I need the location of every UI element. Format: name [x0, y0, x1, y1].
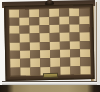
square-f4[interactable] [59, 41, 69, 50]
square-h6[interactable] [79, 24, 89, 33]
square-a5[interactable] [9, 34, 19, 43]
square-d8[interactable] [39, 9, 49, 18]
square-c5[interactable] [29, 34, 39, 43]
square-d3[interactable] [39, 50, 49, 59]
square-b5[interactable] [19, 34, 29, 43]
square-g5[interactable] [69, 33, 79, 42]
square-h3[interactable] [79, 49, 89, 58]
square-h1[interactable] [80, 66, 90, 75]
square-e3[interactable] [49, 50, 59, 59]
square-e7[interactable] [49, 17, 59, 26]
square-d2[interactable] [40, 58, 50, 67]
square-a2[interactable] [10, 59, 20, 68]
square-f8[interactable] [59, 8, 69, 17]
square-b3[interactable] [19, 50, 29, 59]
square-f5[interactable] [59, 33, 69, 42]
square-b8[interactable] [19, 9, 29, 18]
square-c7[interactable] [29, 17, 39, 26]
square-a8[interactable] [9, 9, 19, 18]
square-h5[interactable] [79, 33, 89, 42]
square-c1[interactable] [30, 67, 40, 76]
square-g8[interactable] [69, 8, 79, 17]
square-h2[interactable] [80, 58, 90, 67]
square-d5[interactable] [39, 33, 49, 42]
square-a7[interactable] [9, 17, 19, 26]
square-g7[interactable] [69, 16, 79, 25]
square-e8[interactable] [49, 8, 59, 17]
case-front-panel [0, 85, 100, 92]
square-h7[interactable] [79, 16, 89, 25]
square-b2[interactable] [20, 59, 30, 68]
square-c3[interactable] [29, 50, 39, 59]
brass-nameplate [42, 73, 57, 78]
square-e5[interactable] [49, 33, 59, 42]
square-f2[interactable] [60, 58, 70, 67]
square-g1[interactable] [70, 66, 80, 75]
square-g3[interactable] [69, 49, 79, 58]
square-d6[interactable] [39, 25, 49, 34]
square-b6[interactable] [19, 26, 29, 35]
square-c6[interactable] [29, 25, 39, 34]
square-c8[interactable] [29, 9, 39, 18]
square-a1[interactable] [10, 67, 20, 76]
square-d4[interactable] [39, 42, 49, 51]
square-e4[interactable] [49, 42, 59, 51]
square-f6[interactable] [59, 25, 69, 34]
square-g4[interactable] [69, 41, 79, 50]
square-g2[interactable] [70, 58, 80, 67]
square-f7[interactable] [59, 16, 69, 25]
board-squares[interactable] [9, 8, 90, 76]
square-f1[interactable] [60, 66, 70, 75]
square-h4[interactable] [79, 41, 89, 50]
square-h8[interactable] [79, 8, 89, 17]
square-a3[interactable] [9, 51, 19, 60]
square-b7[interactable] [19, 17, 29, 26]
photo-backdrop [0, 0, 100, 92]
chess-board[interactable] [4, 4, 95, 81]
square-c2[interactable] [30, 59, 40, 68]
square-e6[interactable] [49, 25, 59, 34]
square-a4[interactable] [9, 42, 19, 51]
square-a6[interactable] [9, 26, 19, 35]
square-d7[interactable] [39, 17, 49, 26]
square-b1[interactable] [20, 67, 30, 76]
square-e2[interactable] [50, 58, 60, 67]
square-f3[interactable] [59, 50, 69, 59]
square-c4[interactable] [29, 42, 39, 51]
square-b4[interactable] [19, 42, 29, 51]
square-g6[interactable] [69, 25, 79, 34]
chess-case [0, 0, 100, 92]
